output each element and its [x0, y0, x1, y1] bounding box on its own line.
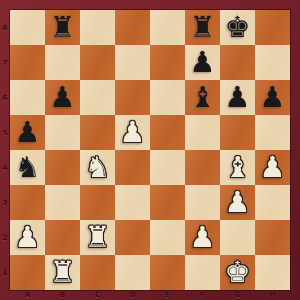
square-a2[interactable]: ♟: [10, 220, 45, 255]
square-f4[interactable]: [185, 150, 220, 185]
piece-white-bishop: ♝: [225, 150, 251, 185]
square-d6[interactable]: [115, 80, 150, 115]
piece-white-pawn: ♟: [15, 220, 41, 255]
square-h6[interactable]: ♟: [255, 80, 290, 115]
square-e2[interactable]: [150, 220, 185, 255]
square-g8[interactable]: ♚: [220, 10, 255, 45]
square-b3[interactable]: [45, 185, 80, 220]
square-f5[interactable]: [185, 115, 220, 150]
piece-white-rook: ♜: [85, 220, 111, 255]
square-d7[interactable]: [115, 45, 150, 80]
piece-white-pawn: ♟: [120, 115, 146, 150]
square-g6[interactable]: ♟: [220, 80, 255, 115]
square-h2[interactable]: [255, 220, 290, 255]
square-d3[interactable]: [115, 185, 150, 220]
square-f8[interactable]: ♜: [185, 10, 220, 45]
square-h8[interactable]: [255, 10, 290, 45]
square-g1[interactable]: ♚: [220, 255, 255, 290]
square-b8[interactable]: ♜: [45, 10, 80, 45]
square-e8[interactable]: [150, 10, 185, 45]
square-b7[interactable]: [45, 45, 80, 80]
file-label-b: B: [45, 290, 80, 300]
rank-labels: 87654321: [0, 10, 10, 290]
square-b5[interactable]: [45, 115, 80, 150]
square-d1[interactable]: [115, 255, 150, 290]
piece-white-knight: ♞: [85, 150, 111, 185]
file-label-c: C: [80, 290, 115, 300]
piece-black-rook: ♜: [190, 10, 216, 45]
file-labels: ABCDEFGH: [10, 290, 290, 300]
piece-black-knight: ♞: [15, 150, 41, 185]
piece-black-pawn: ♟: [190, 45, 216, 80]
square-e3[interactable]: [150, 185, 185, 220]
square-c1[interactable]: [80, 255, 115, 290]
rank-label-5: 5: [0, 115, 10, 150]
rank-label-6: 6: [0, 80, 10, 115]
square-g7[interactable]: [220, 45, 255, 80]
piece-white-pawn: ♟: [225, 185, 251, 220]
board-frame: 87654321 ♜♜♚♟♟♝♟♟♟♟♞♞♝♟♟♟♜♟♜♚ ABCDEFGH: [0, 0, 300, 300]
square-e6[interactable]: [150, 80, 185, 115]
square-h4[interactable]: ♟: [255, 150, 290, 185]
piece-black-rook: ♜: [50, 10, 76, 45]
square-f2[interactable]: ♟: [185, 220, 220, 255]
square-b2[interactable]: [45, 220, 80, 255]
square-a1[interactable]: [10, 255, 45, 290]
square-e5[interactable]: [150, 115, 185, 150]
square-d8[interactable]: [115, 10, 150, 45]
rank-label-7: 7: [0, 45, 10, 80]
square-c4[interactable]: ♞: [80, 150, 115, 185]
square-a5[interactable]: ♟: [10, 115, 45, 150]
square-c8[interactable]: [80, 10, 115, 45]
piece-black-pawn: ♟: [15, 115, 41, 150]
square-g3[interactable]: ♟: [220, 185, 255, 220]
file-label-e: E: [150, 290, 185, 300]
square-b4[interactable]: [45, 150, 80, 185]
piece-white-pawn: ♟: [260, 150, 286, 185]
square-f6[interactable]: ♝: [185, 80, 220, 115]
square-d5[interactable]: ♟: [115, 115, 150, 150]
chessboard: ♜♜♚♟♟♝♟♟♟♟♞♞♝♟♟♟♜♟♜♚: [10, 10, 290, 290]
piece-black-pawn: ♟: [260, 80, 286, 115]
square-a3[interactable]: [10, 185, 45, 220]
file-label-g: G: [220, 290, 255, 300]
square-d2[interactable]: [115, 220, 150, 255]
square-c5[interactable]: [80, 115, 115, 150]
square-a8[interactable]: [10, 10, 45, 45]
file-label-a: A: [10, 290, 45, 300]
file-label-f: F: [185, 290, 220, 300]
piece-black-pawn: ♟: [225, 80, 251, 115]
file-label-h: H: [255, 290, 290, 300]
square-c6[interactable]: [80, 80, 115, 115]
square-c2[interactable]: ♜: [80, 220, 115, 255]
piece-black-pawn: ♟: [50, 80, 76, 115]
rank-label-8: 8: [0, 10, 10, 45]
square-d4[interactable]: [115, 150, 150, 185]
square-g4[interactable]: ♝: [220, 150, 255, 185]
square-a7[interactable]: [10, 45, 45, 80]
square-h1[interactable]: [255, 255, 290, 290]
square-e1[interactable]: [150, 255, 185, 290]
square-b1[interactable]: ♜: [45, 255, 80, 290]
piece-black-bishop: ♝: [190, 80, 216, 115]
rank-label-2: 2: [0, 220, 10, 255]
rank-label-3: 3: [0, 185, 10, 220]
square-b6[interactable]: ♟: [45, 80, 80, 115]
square-h5[interactable]: [255, 115, 290, 150]
piece-white-pawn: ♟: [190, 220, 216, 255]
piece-white-rook: ♜: [50, 255, 76, 290]
square-f7[interactable]: ♟: [185, 45, 220, 80]
piece-black-king: ♚: [225, 10, 251, 45]
piece-white-king: ♚: [225, 255, 251, 290]
square-h7[interactable]: [255, 45, 290, 80]
rank-label-1: 1: [0, 255, 10, 290]
square-a6[interactable]: [10, 80, 45, 115]
square-g5[interactable]: [220, 115, 255, 150]
file-label-d: D: [115, 290, 150, 300]
square-c3[interactable]: [80, 185, 115, 220]
square-g2[interactable]: [220, 220, 255, 255]
square-h3[interactable]: [255, 185, 290, 220]
square-e4[interactable]: [150, 150, 185, 185]
square-f1[interactable]: [185, 255, 220, 290]
square-c7[interactable]: [80, 45, 115, 80]
square-f3[interactable]: [185, 185, 220, 220]
rank-label-4: 4: [0, 150, 10, 185]
square-e7[interactable]: [150, 45, 185, 80]
square-a4[interactable]: ♞: [10, 150, 45, 185]
